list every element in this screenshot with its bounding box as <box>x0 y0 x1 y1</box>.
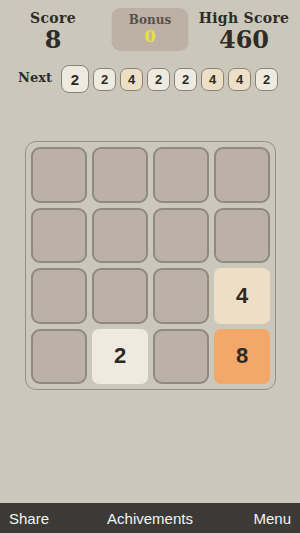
board-grid[interactable]: 428 <box>25 141 276 390</box>
bonus-value: 0 <box>144 28 155 46</box>
next-tile-2: 2 <box>61 65 89 93</box>
high-score-value: 460 <box>219 27 269 52</box>
board-cell-empty <box>153 147 209 203</box>
next-tile-4: 4 <box>201 68 224 91</box>
board-cell-empty <box>92 147 148 203</box>
board-cell-empty <box>92 268 148 324</box>
next-label: Next <box>18 70 52 85</box>
header: Score 8 Bonus 0 High Score 460 <box>0 0 300 58</box>
next-tile-4: 4 <box>120 68 143 91</box>
next-tile-2: 2 <box>93 68 116 91</box>
achievements-button[interactable]: Achivements <box>107 503 193 533</box>
share-button[interactable]: Share <box>9 503 49 533</box>
board-cell-empty <box>214 208 270 264</box>
tile-2: 2 <box>92 329 148 385</box>
board-cell-empty <box>153 268 209 324</box>
tile-8: 8 <box>214 329 270 385</box>
next-tile-4: 4 <box>228 68 251 91</box>
next-tile-2: 2 <box>174 68 197 91</box>
bonus-box: Bonus 0 <box>112 8 189 51</box>
bottom-bar: Share Achivements Menu <box>0 503 300 533</box>
high-score-block: High Score 460 <box>196 10 292 52</box>
app-screen: Score 8 Bonus 0 High Score 460 Next 2242… <box>0 0 300 533</box>
menu-button[interactable]: Menu <box>253 503 291 533</box>
bonus-label: Bonus <box>129 13 171 28</box>
board-cell-empty <box>31 147 87 203</box>
tile-4: 4 <box>214 268 270 324</box>
board-cell-empty <box>153 329 209 385</box>
board-cell-empty <box>92 208 148 264</box>
board-cell-empty <box>31 208 87 264</box>
score-value: 8 <box>45 27 62 52</box>
board-cell-empty <box>31 329 87 385</box>
next-tile-2: 2 <box>147 68 170 91</box>
board-cell-empty <box>31 268 87 324</box>
board-cell-empty <box>153 208 209 264</box>
board-cell-empty <box>214 147 270 203</box>
next-tile-queue: 22422442 <box>61 62 278 96</box>
next-tile-2: 2 <box>255 68 278 91</box>
score-block: Score 8 <box>14 10 92 52</box>
